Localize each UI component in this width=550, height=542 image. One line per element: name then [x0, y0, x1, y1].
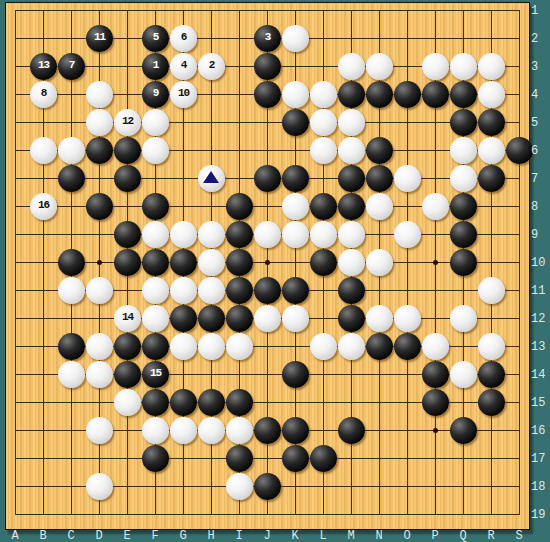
black-stone — [114, 333, 141, 360]
black-stone — [86, 193, 113, 220]
row-label: 17 — [531, 452, 549, 466]
white-stone — [450, 165, 477, 192]
black-stone — [142, 445, 169, 472]
column-label: F — [145, 529, 165, 542]
row-label: 6 — [531, 144, 549, 158]
white-stone — [310, 109, 337, 136]
white-stone — [366, 53, 393, 80]
white-stone — [366, 193, 393, 220]
black-stone — [450, 417, 477, 444]
white-stone — [198, 249, 225, 276]
row-label: 2 — [531, 32, 549, 46]
move-number: 7 — [58, 59, 85, 72]
white-stone — [226, 473, 253, 500]
black-stone — [254, 165, 281, 192]
column-label: H — [201, 529, 221, 542]
white-stone — [394, 221, 421, 248]
row-label: 18 — [531, 480, 549, 494]
triangle-marker — [203, 171, 219, 183]
white-stone — [478, 53, 505, 80]
black-stone — [450, 221, 477, 248]
column-label: I — [229, 529, 249, 542]
black-stone — [394, 333, 421, 360]
white-stone — [226, 417, 253, 444]
white-stone — [58, 137, 85, 164]
black-stone — [254, 473, 281, 500]
black-stone — [450, 249, 477, 276]
black-stone — [366, 137, 393, 164]
black-stone — [254, 277, 281, 304]
white-stone — [282, 305, 309, 332]
white-stone — [114, 389, 141, 416]
white-stone — [282, 221, 309, 248]
column-label: E — [117, 529, 137, 542]
white-stone — [226, 333, 253, 360]
go-board: 12345678910111213141516 — [5, 2, 530, 530]
white-stone — [422, 53, 449, 80]
black-stone — [506, 137, 533, 164]
white-stone — [86, 333, 113, 360]
black-stone — [478, 109, 505, 136]
move-number: 14 — [114, 311, 141, 324]
black-stone — [226, 193, 253, 220]
black-stone — [310, 445, 337, 472]
black-stone — [86, 137, 113, 164]
column-label: O — [397, 529, 417, 542]
black-stone — [114, 221, 141, 248]
white-stone — [394, 165, 421, 192]
column-label: G — [173, 529, 193, 542]
black-stone — [226, 277, 253, 304]
black-stone — [450, 109, 477, 136]
black-stone — [282, 277, 309, 304]
white-stone — [338, 109, 365, 136]
black-stone — [142, 333, 169, 360]
white-stone — [310, 221, 337, 248]
white-stone — [478, 137, 505, 164]
column-label: B — [33, 529, 53, 542]
column-label: A — [5, 529, 25, 542]
white-stone — [58, 277, 85, 304]
move-number: 4 — [170, 59, 197, 72]
white-stone — [142, 137, 169, 164]
move-number: 12 — [114, 115, 141, 128]
black-stone — [198, 389, 225, 416]
white-stone — [450, 361, 477, 388]
black-stone — [338, 193, 365, 220]
black-stone — [282, 361, 309, 388]
black-stone — [226, 221, 253, 248]
white-stone — [450, 137, 477, 164]
white-stone — [450, 53, 477, 80]
column-label: P — [425, 529, 445, 542]
black-stone — [338, 417, 365, 444]
move-number: 11 — [86, 31, 113, 44]
white-stone — [366, 249, 393, 276]
white-stone — [478, 81, 505, 108]
row-label: 4 — [531, 88, 549, 102]
black-stone — [254, 53, 281, 80]
black-stone — [226, 389, 253, 416]
white-stone — [338, 221, 365, 248]
white-stone — [170, 221, 197, 248]
column-label: N — [369, 529, 389, 542]
column-label: K — [285, 529, 305, 542]
column-label: C — [61, 529, 81, 542]
black-stone — [478, 165, 505, 192]
row-label: 14 — [531, 368, 549, 382]
black-stone — [58, 249, 85, 276]
black-stone — [366, 81, 393, 108]
row-label: 16 — [531, 424, 549, 438]
black-stone — [422, 81, 449, 108]
white-stone — [450, 305, 477, 332]
white-stone — [142, 221, 169, 248]
black-stone — [478, 361, 505, 388]
black-stone — [338, 277, 365, 304]
white-stone — [310, 81, 337, 108]
white-stone — [86, 277, 113, 304]
star-point — [265, 260, 270, 265]
move-number: 6 — [170, 31, 197, 44]
black-stone — [170, 249, 197, 276]
black-stone — [226, 305, 253, 332]
move-number: 5 — [142, 31, 169, 44]
black-stone — [338, 305, 365, 332]
black-stone — [170, 305, 197, 332]
row-label: 3 — [531, 60, 549, 74]
black-stone — [142, 193, 169, 220]
column-label: L — [313, 529, 333, 542]
white-stone — [86, 473, 113, 500]
black-stone — [282, 445, 309, 472]
white-stone — [338, 137, 365, 164]
black-stone — [58, 333, 85, 360]
white-stone — [58, 361, 85, 388]
white-stone — [394, 305, 421, 332]
black-stone — [394, 81, 421, 108]
white-stone — [310, 333, 337, 360]
column-label: J — [257, 529, 277, 542]
black-stone — [422, 389, 449, 416]
white-stone — [170, 417, 197, 444]
black-stone — [478, 389, 505, 416]
black-stone — [338, 165, 365, 192]
row-label: 10 — [531, 256, 549, 270]
move-number: 1 — [142, 59, 169, 72]
row-label: 1 — [531, 4, 549, 18]
black-stone — [282, 417, 309, 444]
white-stone — [422, 193, 449, 220]
column-label: Q — [453, 529, 473, 542]
white-stone — [254, 305, 281, 332]
black-stone — [254, 81, 281, 108]
row-label: 12 — [531, 312, 549, 326]
white-stone — [86, 109, 113, 136]
black-stone — [450, 81, 477, 108]
black-stone — [142, 389, 169, 416]
star-point — [433, 260, 438, 265]
column-label: S — [509, 529, 529, 542]
star-point — [97, 260, 102, 265]
black-stone — [366, 165, 393, 192]
black-stone — [450, 193, 477, 220]
grid[interactable]: 12345678910111213141516 — [15, 10, 520, 515]
white-stone — [198, 277, 225, 304]
white-stone — [366, 305, 393, 332]
white-stone — [338, 333, 365, 360]
black-stone — [254, 417, 281, 444]
black-stone — [58, 165, 85, 192]
go-app-window: { "game": "go", "board": { "size": 19, "… — [0, 0, 550, 542]
star-point — [433, 428, 438, 433]
white-stone — [338, 249, 365, 276]
black-stone — [198, 305, 225, 332]
column-label: D — [89, 529, 109, 542]
column-label: M — [341, 529, 361, 542]
move-number: 16 — [30, 199, 57, 212]
white-stone — [30, 137, 57, 164]
white-stone — [170, 277, 197, 304]
black-stone — [422, 361, 449, 388]
black-stone — [282, 165, 309, 192]
row-label: 11 — [531, 284, 549, 298]
white-stone — [198, 221, 225, 248]
white-stone — [478, 277, 505, 304]
white-stone — [310, 137, 337, 164]
black-stone — [282, 109, 309, 136]
black-stone — [338, 81, 365, 108]
row-label: 5 — [531, 116, 549, 130]
row-label: 19 — [531, 508, 549, 522]
black-stone — [310, 249, 337, 276]
row-label: 15 — [531, 396, 549, 410]
white-stone — [198, 333, 225, 360]
black-stone — [142, 249, 169, 276]
white-stone — [142, 417, 169, 444]
black-stone — [366, 333, 393, 360]
move-number: 8 — [30, 87, 57, 100]
black-stone — [114, 361, 141, 388]
move-number: 3 — [254, 31, 281, 44]
white-stone — [478, 333, 505, 360]
black-stone — [170, 389, 197, 416]
move-number: 13 — [30, 59, 57, 72]
white-stone — [86, 417, 113, 444]
white-stone — [142, 305, 169, 332]
black-stone — [114, 249, 141, 276]
white-stone — [422, 333, 449, 360]
white-stone — [198, 417, 225, 444]
move-number: 2 — [198, 59, 225, 72]
white-stone — [86, 81, 113, 108]
black-stone — [226, 445, 253, 472]
row-label: 7 — [531, 172, 549, 186]
white-stone — [282, 25, 309, 52]
move-number: 10 — [170, 87, 197, 100]
row-label: 13 — [531, 340, 549, 354]
black-stone — [310, 193, 337, 220]
white-stone — [254, 221, 281, 248]
white-stone — [86, 361, 113, 388]
row-label: 9 — [531, 228, 549, 242]
white-stone — [142, 109, 169, 136]
white-stone — [338, 53, 365, 80]
white-stone — [142, 277, 169, 304]
move-number: 9 — [142, 87, 169, 100]
white-stone — [170, 333, 197, 360]
black-stone — [226, 249, 253, 276]
white-stone — [282, 193, 309, 220]
black-stone — [114, 165, 141, 192]
move-number: 15 — [142, 367, 169, 380]
black-stone — [114, 137, 141, 164]
white-stone — [282, 81, 309, 108]
column-label: R — [481, 529, 501, 542]
row-label: 8 — [531, 200, 549, 214]
